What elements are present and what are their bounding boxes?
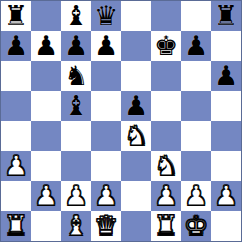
piece-white-pawn[interactable]: ♟ — [154, 181, 178, 211]
square-d3[interactable] — [91, 151, 121, 181]
square-f3[interactable]: ♞ — [151, 151, 181, 181]
square-c8[interactable]: ♝ — [61, 1, 91, 31]
square-f5[interactable] — [151, 91, 181, 121]
piece-white-pawn[interactable]: ♟ — [94, 181, 118, 211]
square-e3[interactable] — [121, 151, 151, 181]
square-h3[interactable] — [211, 151, 241, 181]
square-a7[interactable]: ♟ — [1, 31, 31, 61]
square-f1[interactable]: ♜ — [151, 211, 181, 241]
piece-black-pawn[interactable]: ♟ — [64, 31, 88, 61]
piece-black-king[interactable]: ♚ — [154, 31, 178, 61]
square-c2[interactable]: ♟ — [61, 181, 91, 211]
square-g7[interactable]: ♟ — [181, 31, 211, 61]
piece-white-bishop[interactable]: ♝ — [64, 211, 88, 241]
square-b4[interactable] — [31, 121, 61, 151]
square-e7[interactable] — [121, 31, 151, 61]
square-c1[interactable]: ♝ — [61, 211, 91, 241]
square-e8[interactable] — [121, 1, 151, 31]
square-f8[interactable] — [151, 1, 181, 31]
piece-black-rook[interactable]: ♜ — [214, 1, 238, 31]
square-d7[interactable]: ♟ — [91, 31, 121, 61]
square-a8[interactable]: ♜ — [1, 1, 31, 31]
square-f7[interactable]: ♚ — [151, 31, 181, 61]
square-h6[interactable]: ♟ — [211, 61, 241, 91]
piece-white-knight[interactable]: ♞ — [154, 151, 178, 181]
piece-white-pawn[interactable]: ♟ — [64, 181, 88, 211]
square-e2[interactable] — [121, 181, 151, 211]
piece-black-pawn[interactable]: ♟ — [94, 31, 118, 61]
square-f2[interactable]: ♟ — [151, 181, 181, 211]
chess-board: ♜♝♛♜♟♟♟♟♚♟♞♟♝♟♞♟♞♟♟♟♟♟♟♜♝♛♜♚ — [0, 0, 242, 242]
square-c6[interactable]: ♞ — [61, 61, 91, 91]
piece-white-king[interactable]: ♚ — [184, 211, 208, 241]
square-c5[interactable]: ♝ — [61, 91, 91, 121]
square-h7[interactable] — [211, 31, 241, 61]
piece-black-queen[interactable]: ♛ — [94, 1, 118, 31]
chess-board-wrapper: ♜♝♛♜♟♟♟♟♚♟♞♟♝♟♞♟♞♟♟♟♟♟♟♜♝♛♜♚ — [0, 0, 242, 242]
square-a1[interactable]: ♜ — [1, 211, 31, 241]
square-a2[interactable] — [1, 181, 31, 211]
square-b2[interactable]: ♟ — [31, 181, 61, 211]
square-e4[interactable]: ♞ — [121, 121, 151, 151]
square-c4[interactable] — [61, 121, 91, 151]
piece-black-pawn[interactable]: ♟ — [214, 61, 238, 91]
square-c3[interactable] — [61, 151, 91, 181]
square-f6[interactable] — [151, 61, 181, 91]
square-g4[interactable] — [181, 121, 211, 151]
square-g1[interactable]: ♚ — [181, 211, 211, 241]
square-b7[interactable]: ♟ — [31, 31, 61, 61]
square-d8[interactable]: ♛ — [91, 1, 121, 31]
piece-black-bishop[interactable]: ♝ — [64, 91, 88, 121]
square-b1[interactable] — [31, 211, 61, 241]
square-h1[interactable] — [211, 211, 241, 241]
square-a3[interactable]: ♟ — [1, 151, 31, 181]
square-g6[interactable] — [181, 61, 211, 91]
square-g2[interactable]: ♟ — [181, 181, 211, 211]
square-c7[interactable]: ♟ — [61, 31, 91, 61]
piece-white-queen[interactable]: ♛ — [94, 211, 118, 241]
square-b5[interactable] — [31, 91, 61, 121]
square-e6[interactable] — [121, 61, 151, 91]
square-f4[interactable] — [151, 121, 181, 151]
piece-black-pawn[interactable]: ♟ — [124, 91, 148, 121]
square-d4[interactable] — [91, 121, 121, 151]
square-b6[interactable] — [31, 61, 61, 91]
piece-white-pawn[interactable]: ♟ — [34, 181, 58, 211]
piece-black-pawn[interactable]: ♟ — [184, 31, 208, 61]
piece-black-pawn[interactable]: ♟ — [34, 31, 58, 61]
piece-black-knight[interactable]: ♞ — [64, 61, 88, 91]
piece-white-pawn[interactable]: ♟ — [214, 181, 238, 211]
piece-white-knight[interactable]: ♞ — [124, 121, 148, 151]
square-d1[interactable]: ♛ — [91, 211, 121, 241]
piece-white-pawn[interactable]: ♟ — [4, 151, 28, 181]
piece-black-rook[interactable]: ♜ — [4, 1, 28, 31]
square-d6[interactable] — [91, 61, 121, 91]
square-d5[interactable] — [91, 91, 121, 121]
piece-white-pawn[interactable]: ♟ — [184, 181, 208, 211]
square-h8[interactable]: ♜ — [211, 1, 241, 31]
square-g5[interactable] — [181, 91, 211, 121]
square-b3[interactable] — [31, 151, 61, 181]
piece-black-bishop[interactable]: ♝ — [64, 1, 88, 31]
square-h5[interactable] — [211, 91, 241, 121]
square-d2[interactable]: ♟ — [91, 181, 121, 211]
square-a6[interactable] — [1, 61, 31, 91]
square-a4[interactable] — [1, 121, 31, 151]
square-e1[interactable] — [121, 211, 151, 241]
piece-black-pawn[interactable]: ♟ — [4, 31, 28, 61]
square-a5[interactable] — [1, 91, 31, 121]
piece-white-rook[interactable]: ♜ — [154, 211, 178, 241]
piece-white-rook[interactable]: ♜ — [4, 211, 28, 241]
square-e5[interactable]: ♟ — [121, 91, 151, 121]
square-h4[interactable] — [211, 121, 241, 151]
square-g3[interactable] — [181, 151, 211, 181]
square-h2[interactable]: ♟ — [211, 181, 241, 211]
square-b8[interactable] — [31, 1, 61, 31]
square-g8[interactable] — [181, 1, 211, 31]
